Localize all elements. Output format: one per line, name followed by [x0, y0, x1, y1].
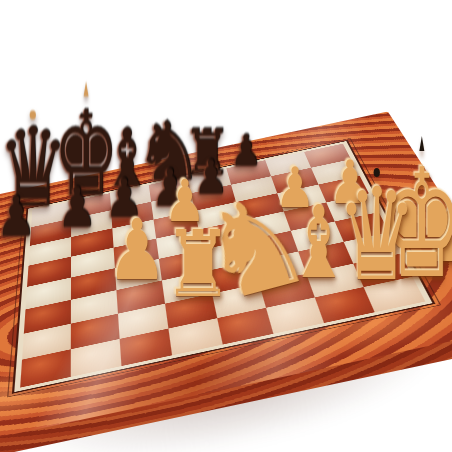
board-pinstripe — [12, 140, 435, 394]
board-grid — [20, 144, 425, 388]
chessboard-photo: ♛♚♝♞♜♟♟♟♟♟♟♟♜♞♝♛♚♟♟♟♟ — [0, 0, 452, 452]
